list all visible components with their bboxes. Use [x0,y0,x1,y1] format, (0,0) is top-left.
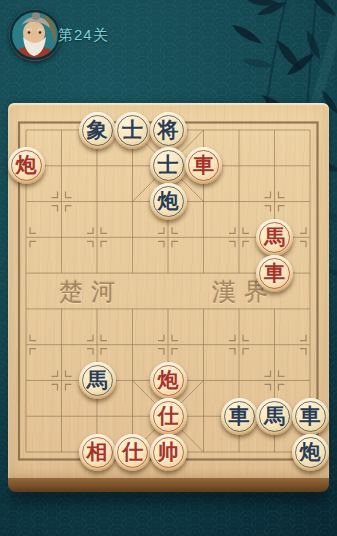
piece-char: 炮 [150,362,187,399]
piece-black-chariot[interactable]: 車 [221,398,258,435]
player-avatar[interactable] [9,9,61,61]
game-screen: 第24关 楚河 漢界 象士将炮士車炮馬車馬炮仕車馬車相仕帅炮 [0,0,337,536]
board-bottom-edge [8,478,329,492]
piece-char: 馬 [79,362,116,399]
piece-char: 仕 [150,398,187,435]
header-bar: 第24关 [0,0,337,70]
piece-red-advisor[interactable]: 仕 [114,434,151,471]
piece-char: 炮 [292,434,329,471]
piece-char: 炮 [8,147,45,184]
piece-black-general[interactable]: 将 [150,112,187,149]
piece-black-advisor[interactable]: 士 [114,112,151,149]
piece-char: 馬 [256,219,293,256]
piece-black-cannon[interactable]: 炮 [292,434,329,471]
piece-red-cannon[interactable]: 炮 [8,147,45,184]
piece-red-chariot[interactable]: 車 [185,147,222,184]
piece-red-general[interactable]: 帅 [150,434,187,471]
piece-red-horse[interactable]: 馬 [256,219,293,256]
piece-char: 炮 [150,183,187,220]
piece-char: 仕 [114,434,151,471]
piece-char: 車 [221,398,258,435]
piece-char: 車 [256,255,293,292]
piece-black-horse[interactable]: 馬 [256,398,293,435]
level-label: 第24关 [58,26,109,45]
piece-char: 相 [79,434,116,471]
piece-char: 将 [150,112,187,149]
piece-char: 士 [114,112,151,149]
piece-black-advisor[interactable]: 士 [150,147,187,184]
piece-char: 車 [185,147,222,184]
piece-red-chariot[interactable]: 車 [256,255,293,292]
piece-red-advisor[interactable]: 仕 [150,398,187,435]
piece-red-elephant[interactable]: 相 [79,434,116,471]
piece-char: 帅 [150,434,187,471]
piece-char: 馬 [256,398,293,435]
piece-black-horse[interactable]: 馬 [79,362,116,399]
piece-char: 車 [292,398,329,435]
piece-black-elephant[interactable]: 象 [79,112,116,149]
xiangqi-board: 楚河 漢界 象士将炮士車炮馬車馬炮仕車馬車相仕帅炮 [8,103,329,492]
piece-char: 象 [79,112,116,149]
piece-red-cannon[interactable]: 炮 [150,362,187,399]
piece-black-chariot[interactable]: 車 [292,398,329,435]
piece-black-cannon[interactable]: 炮 [150,183,187,220]
piece-char: 士 [150,147,187,184]
